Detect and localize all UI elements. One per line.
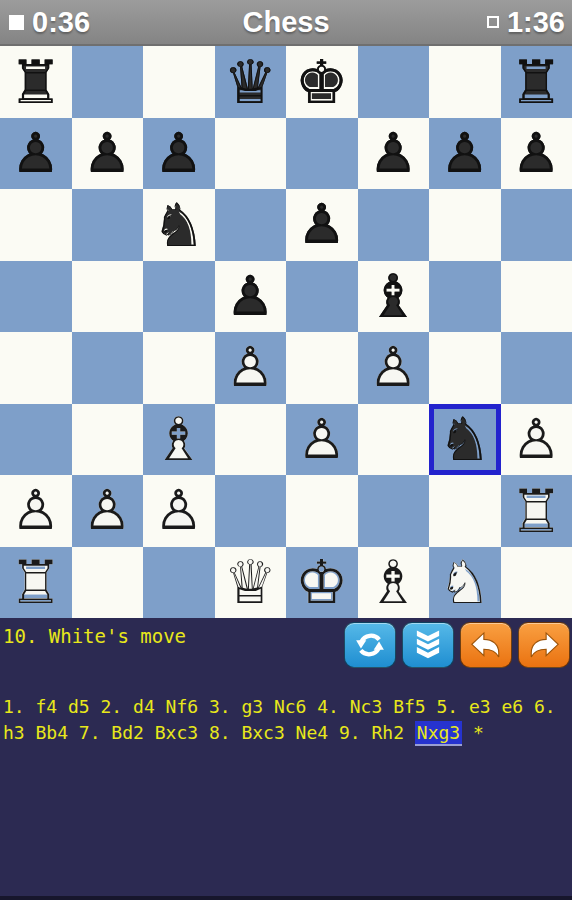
square-e2[interactable] (286, 475, 358, 547)
square-h4[interactable] (501, 332, 572, 404)
black-pawn: ♟︎♙ (0, 118, 72, 190)
white-knight: ♞♘ (429, 547, 501, 619)
square-b5[interactable] (72, 261, 144, 333)
white-pawn: ♟︎♙ (286, 404, 358, 476)
square-g6[interactable] (429, 189, 501, 261)
black-queen: ♛♕ (215, 46, 287, 118)
white-bishop: ♝♗ (358, 547, 430, 619)
square-a7[interactable]: ♟︎♙ (0, 118, 72, 190)
square-a6[interactable] (0, 189, 72, 261)
top-bar: 0:36 Chess 1:36 (0, 0, 572, 46)
square-h6[interactable] (501, 189, 572, 261)
square-b4[interactable] (72, 332, 144, 404)
black-bishop: ♝♗ (358, 261, 430, 333)
square-c2[interactable]: ♟︎♙ (143, 475, 215, 547)
white-pawn: ♟︎♙ (0, 475, 72, 547)
square-g4[interactable] (429, 332, 501, 404)
chess-app: 0:36 Chess 1:36 ♜♖♛♕♚♔♜♖♟︎♙♟︎♙♟︎♙♟︎♙♟︎♙♟… (0, 0, 572, 900)
white-pawn: ♟︎♙ (501, 404, 572, 476)
square-g2[interactable] (429, 475, 501, 547)
black-knight: ♞♘ (429, 404, 501, 476)
square-c4[interactable] (143, 332, 215, 404)
square-e8[interactable]: ♚♔ (286, 46, 358, 118)
black-rook: ♜♖ (0, 46, 72, 118)
square-f5[interactable]: ♝♗ (358, 261, 430, 333)
flip-board-button[interactable] (344, 622, 396, 668)
square-a4[interactable] (0, 332, 72, 404)
square-d2[interactable] (215, 475, 287, 547)
square-d5[interactable]: ♟︎♙ (215, 261, 287, 333)
status-text: 10. White's move (3, 625, 186, 647)
square-e5[interactable] (286, 261, 358, 333)
square-e1[interactable]: ♚♔ (286, 547, 358, 619)
square-c6[interactable]: ♞♘ (143, 189, 215, 261)
white-rook: ♜♖ (0, 547, 72, 619)
black-pawn: ♟︎♙ (501, 118, 572, 190)
square-h8[interactable]: ♜♖ (501, 46, 572, 118)
black-pawn: ♟︎♙ (358, 118, 430, 190)
square-a8[interactable]: ♜♖ (0, 46, 72, 118)
square-e4[interactable] (286, 332, 358, 404)
square-f3[interactable] (358, 404, 430, 476)
square-c3[interactable]: ♝♗ (143, 404, 215, 476)
black-pawn: ♟︎♙ (286, 189, 358, 261)
black-pawn: ♟︎♙ (143, 118, 215, 190)
white-pawn: ♟︎♙ (72, 475, 144, 547)
black-pawn: ♟︎♙ (429, 118, 501, 190)
square-e7[interactable] (286, 118, 358, 190)
square-f8[interactable] (358, 46, 430, 118)
square-f1[interactable]: ♝♗ (358, 547, 430, 619)
square-e6[interactable]: ♟︎♙ (286, 189, 358, 261)
square-f6[interactable] (358, 189, 430, 261)
bottom-panel: 10. White's move (0, 618, 572, 900)
white-queen: ♛♕ (215, 547, 287, 619)
chess-board: ♜♖♛♕♚♔♜♖♟︎♙♟︎♙♟︎♙♟︎♙♟︎♙♟︎♙♞♘♟︎♙♟︎♙♝♗♟︎♙♟… (0, 46, 572, 618)
square-d4[interactable]: ♟︎♙ (215, 332, 287, 404)
square-c8[interactable] (143, 46, 215, 118)
square-a1[interactable]: ♜♖ (0, 547, 72, 619)
square-b1[interactable] (72, 547, 144, 619)
square-g3[interactable]: ♞♘ (429, 404, 501, 476)
square-a5[interactable] (0, 261, 72, 333)
white-pawn: ♟︎♙ (143, 475, 215, 547)
square-b3[interactable] (72, 404, 144, 476)
square-g5[interactable] (429, 261, 501, 333)
square-g1[interactable]: ♞♘ (429, 547, 501, 619)
square-g7[interactable]: ♟︎♙ (429, 118, 501, 190)
square-f2[interactable] (358, 475, 430, 547)
nav-buttons (344, 622, 570, 668)
triple-chevron-down-icon (411, 629, 445, 661)
black-king: ♚♔ (286, 46, 358, 118)
square-b6[interactable] (72, 189, 144, 261)
square-d6[interactable] (215, 189, 287, 261)
refresh-icon (353, 628, 387, 662)
white-pawn: ♟︎♙ (215, 332, 287, 404)
white-rook: ♜♖ (501, 475, 572, 547)
square-c1[interactable] (143, 547, 215, 619)
white-pawn: ♟︎♙ (358, 332, 430, 404)
white-king: ♚♔ (286, 547, 358, 619)
redo-arrow-icon (526, 628, 562, 662)
square-a2[interactable]: ♟︎♙ (0, 475, 72, 547)
square-c5[interactable] (143, 261, 215, 333)
square-f4[interactable]: ♟︎♙ (358, 332, 430, 404)
redo-move-button[interactable] (518, 622, 570, 668)
square-b7[interactable]: ♟︎♙ (72, 118, 144, 190)
square-h2[interactable]: ♜♖ (501, 475, 572, 547)
black-clock-time: 1:36 (507, 6, 565, 39)
move-list[interactable]: 1. f4 d5 2. d4 Nf6 3. g3 Nc6 4. Nc3 Bf5 … (3, 694, 571, 746)
moves-after: * (462, 722, 484, 743)
square-f7[interactable]: ♟︎♙ (358, 118, 430, 190)
undo-arrow-icon (468, 628, 504, 662)
white-bishop: ♝♗ (143, 404, 215, 476)
bottom-edge (0, 896, 572, 900)
current-move[interactable]: Nxg3 (415, 721, 462, 744)
square-d7[interactable] (215, 118, 287, 190)
square-c7[interactable]: ♟︎♙ (143, 118, 215, 190)
black-clock: 1:36 (487, 6, 565, 39)
square-h3[interactable]: ♟︎♙ (501, 404, 572, 476)
square-b8[interactable] (72, 46, 144, 118)
square-g8[interactable] (429, 46, 501, 118)
black-knight: ♞♘ (143, 189, 215, 261)
inactive-clock-square-icon (487, 16, 499, 28)
square-d1[interactable]: ♛♕ (215, 547, 287, 619)
undo-move-button[interactable] (460, 622, 512, 668)
square-a3[interactable] (0, 404, 72, 476)
black-pawn: ♟︎♙ (72, 118, 144, 190)
square-h5[interactable] (501, 261, 572, 333)
square-d8[interactable]: ♛♕ (215, 46, 287, 118)
square-b2[interactable]: ♟︎♙ (72, 475, 144, 547)
black-pawn: ♟︎♙ (215, 261, 287, 333)
square-e3[interactable]: ♟︎♙ (286, 404, 358, 476)
black-rook: ♜♖ (501, 46, 572, 118)
square-h7[interactable]: ♟︎♙ (501, 118, 572, 190)
square-d3[interactable] (215, 404, 287, 476)
square-h1[interactable] (501, 547, 572, 619)
jump-to-end-button[interactable] (402, 622, 454, 668)
